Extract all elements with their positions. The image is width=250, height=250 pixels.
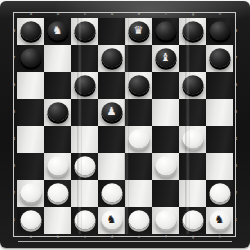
file-label-bottom-e: e <box>135 235 143 239</box>
file-label-bottom-f: f <box>162 235 170 239</box>
black-disc-piece-b[interactable]: ♝ <box>155 48 176 67</box>
square-g8[interactable] <box>179 18 206 45</box>
file-label-top-c: c <box>81 12 89 16</box>
white-disc-piece[interactable] <box>155 210 176 229</box>
square-g3[interactable] <box>179 153 206 180</box>
file-label-bottom-h: h <box>216 235 224 239</box>
square-f5[interactable] <box>152 99 179 126</box>
square-d1[interactable]: ♞ <box>98 207 125 234</box>
printed-queen-symbol: ♛ <box>134 25 144 36</box>
square-a5[interactable] <box>17 99 44 126</box>
file-label-top-g: g <box>189 12 197 16</box>
rank-label-left-1: 1 <box>10 218 18 222</box>
white-disc-piece[interactable] <box>209 183 230 202</box>
square-h5[interactable] <box>206 99 233 126</box>
white-disc-piece[interactable] <box>128 210 149 229</box>
square-b2[interactable] <box>44 180 71 207</box>
square-h1[interactable]: ♞ <box>206 207 233 234</box>
file-label-top-h: h <box>216 12 224 16</box>
square-e6[interactable] <box>125 72 152 99</box>
white-disc-piece[interactable] <box>47 183 68 202</box>
square-d4[interactable] <box>98 126 125 153</box>
rank-label-right-5: 5 <box>232 110 240 114</box>
square-d2[interactable] <box>98 180 125 207</box>
square-h2[interactable] <box>206 180 233 207</box>
rank-label-right-4: 4 <box>232 137 240 141</box>
printed-knight-symbol: ♞ <box>215 214 225 225</box>
printed-pawn-symbol: ♟ <box>107 106 117 117</box>
file-label-top-f: f <box>162 12 170 16</box>
square-c1[interactable] <box>71 207 98 234</box>
square-e8[interactable]: ♛ <box>125 18 152 45</box>
rank-label-left-8: 8 <box>10 29 18 33</box>
rank-label-left-6: 6 <box>10 83 18 87</box>
black-disc-piece[interactable] <box>182 75 203 94</box>
square-e5[interactable] <box>125 99 152 126</box>
square-a7[interactable] <box>17 45 44 72</box>
black-disc-piece[interactable] <box>47 102 68 121</box>
file-label-bottom-g: g <box>189 235 197 239</box>
square-g6[interactable] <box>179 72 206 99</box>
square-c2[interactable] <box>71 180 98 207</box>
square-d3[interactable] <box>98 153 125 180</box>
vinyl-mat: ♞♛♝♟♞♞ aabbccddeeffgghh8877665544332211 <box>0 1 250 248</box>
square-a8[interactable] <box>17 18 44 45</box>
rank-label-right-1: 1 <box>232 218 240 222</box>
square-b3[interactable] <box>44 153 71 180</box>
black-disc-piece-n[interactable]: ♞ <box>47 21 68 40</box>
square-h7[interactable] <box>206 45 233 72</box>
file-label-bottom-c: c <box>81 235 89 239</box>
square-d8[interactable] <box>98 18 125 45</box>
white-disc-piece[interactable] <box>182 210 203 229</box>
square-f1[interactable] <box>152 207 179 234</box>
square-g5[interactable] <box>179 99 206 126</box>
black-disc-piece[interactable] <box>155 21 176 40</box>
black-disc-piece[interactable] <box>128 75 149 94</box>
square-e1[interactable] <box>125 207 152 234</box>
square-f8[interactable] <box>152 18 179 45</box>
white-disc-piece[interactable] <box>155 156 176 175</box>
file-label-bottom-d: d <box>108 235 116 239</box>
square-c6[interactable] <box>71 72 98 99</box>
square-a6[interactable] <box>17 72 44 99</box>
square-b4[interactable] <box>44 126 71 153</box>
file-label-top-d: d <box>108 12 116 16</box>
square-d5[interactable]: ♟ <box>98 99 125 126</box>
square-h6[interactable] <box>206 72 233 99</box>
white-disc-piece[interactable] <box>128 129 149 148</box>
black-disc-piece[interactable] <box>209 21 230 40</box>
square-f7[interactable]: ♝ <box>152 45 179 72</box>
square-h4[interactable] <box>206 126 233 153</box>
file-label-top-a: a <box>27 12 35 16</box>
white-disc-piece-n[interactable]: ♞ <box>101 210 122 229</box>
chess-board: ♞♛♝♟♞♞ <box>17 18 233 234</box>
rank-label-left-5: 5 <box>10 110 18 114</box>
file-label-bottom-a: a <box>27 235 35 239</box>
file-label-top-e: e <box>135 12 143 16</box>
square-f6[interactable] <box>152 72 179 99</box>
square-g2[interactable] <box>179 180 206 207</box>
black-disc-piece[interactable] <box>74 75 95 94</box>
square-f3[interactable] <box>152 153 179 180</box>
file-label-top-b: b <box>54 12 62 16</box>
square-e4[interactable] <box>125 126 152 153</box>
square-g4[interactable] <box>179 126 206 153</box>
rank-label-right-3: 3 <box>232 164 240 168</box>
square-e3[interactable] <box>125 153 152 180</box>
rank-label-right-8: 8 <box>232 29 240 33</box>
square-h8[interactable] <box>206 18 233 45</box>
rank-label-right-6: 6 <box>232 83 240 87</box>
white-disc-piece-n[interactable]: ♞ <box>209 210 230 229</box>
rank-label-right-7: 7 <box>232 56 240 60</box>
square-d6[interactable] <box>98 72 125 99</box>
black-disc-piece[interactable] <box>209 48 230 67</box>
rank-label-left-3: 3 <box>10 164 18 168</box>
square-h3[interactable] <box>206 153 233 180</box>
square-c4[interactable] <box>71 126 98 153</box>
square-g7[interactable] <box>179 45 206 72</box>
white-disc-piece[interactable] <box>101 183 122 202</box>
square-d7[interactable] <box>98 45 125 72</box>
square-a3[interactable] <box>17 153 44 180</box>
black-disc-piece[interactable] <box>20 21 41 40</box>
printed-bishop-symbol: ♝ <box>161 52 171 63</box>
file-label-bottom-b: b <box>54 235 62 239</box>
white-disc-piece[interactable] <box>47 156 68 175</box>
square-e2[interactable] <box>125 180 152 207</box>
square-a1[interactable] <box>17 207 44 234</box>
square-g1[interactable] <box>179 207 206 234</box>
white-disc-piece[interactable] <box>74 156 95 175</box>
square-b8[interactable]: ♞ <box>44 18 71 45</box>
square-f2[interactable] <box>152 180 179 207</box>
black-disc-piece-p[interactable]: ♟ <box>101 102 122 121</box>
square-c3[interactable] <box>71 153 98 180</box>
square-c8[interactable] <box>71 18 98 45</box>
square-a4[interactable] <box>17 126 44 153</box>
white-disc-piece[interactable] <box>182 129 203 148</box>
square-c7[interactable] <box>71 45 98 72</box>
black-disc-piece[interactable] <box>74 21 95 40</box>
square-f4[interactable] <box>152 126 179 153</box>
square-b7[interactable] <box>44 45 71 72</box>
square-b1[interactable] <box>44 207 71 234</box>
printed-knight-symbol: ♞ <box>107 214 117 225</box>
printed-knight-symbol: ♞ <box>53 25 63 36</box>
black-disc-piece[interactable] <box>101 48 122 67</box>
rank-label-right-2: 2 <box>232 191 240 195</box>
pinstripe-border-bottom-double <box>18 241 232 242</box>
white-disc-piece[interactable] <box>20 183 41 202</box>
square-c5[interactable] <box>71 99 98 126</box>
square-a2[interactable] <box>17 180 44 207</box>
white-disc-piece[interactable] <box>74 210 95 229</box>
rank-label-left-7: 7 <box>10 56 18 60</box>
rank-label-left-4: 4 <box>10 137 18 141</box>
chess-mat-photo: ♞♛♝♟♞♞ aabbccddeeffgghh8877665544332211 <box>0 0 250 250</box>
black-disc-piece[interactable] <box>182 21 203 40</box>
square-b5[interactable] <box>44 99 71 126</box>
square-e7[interactable] <box>125 45 152 72</box>
white-disc-piece[interactable] <box>20 210 41 229</box>
square-b6[interactable] <box>44 72 71 99</box>
black-disc-piece-q[interactable]: ♛ <box>128 21 149 40</box>
black-disc-piece[interactable] <box>20 48 41 67</box>
rank-label-left-2: 2 <box>10 191 18 195</box>
